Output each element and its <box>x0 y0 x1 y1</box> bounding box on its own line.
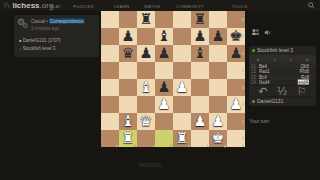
takeback-icon[interactable]: ↶ <box>258 85 267 98</box>
black-player-line[interactable]: ○ Stockfish level 3 <box>19 45 91 52</box>
white-bishop: ♝ <box>119 113 137 130</box>
coord-rank-5: 5 <box>242 69 244 73</box>
square-d7[interactable]: ♝ <box>155 28 173 45</box>
square-g5[interactable] <box>209 62 227 79</box>
square-h3[interactable]: ♟3 <box>227 96 245 113</box>
square-h5[interactable]: 5 <box>227 62 245 79</box>
time-ago: 3 minutes ago <box>31 25 88 31</box>
knight-logo-icon: ♘ <box>3 1 10 10</box>
game-actions: ↶ ½ ⚐ <box>249 85 316 97</box>
top-player-row[interactable]: Stockfish level 3 <box>249 46 316 55</box>
game-info-panel: ⚙⚙ Casual • Correspondence 3 minutes ago… <box>14 15 99 57</box>
square-h6[interactable]: ♟6 <box>227 45 245 62</box>
coord-rank-1: 1 <box>242 137 244 141</box>
square-c7[interactable] <box>137 28 155 45</box>
moves-panel: Stockfish level 3 « ‹ › » 21Ba4Qb622Rad1… <box>249 46 316 106</box>
coord-file-b: b <box>134 144 136 148</box>
nav-menu: PLAY PUZZLES LEARN WATCH COMMUNITY TOOLS <box>50 0 263 11</box>
sound-mute-icon[interactable] <box>264 29 271 36</box>
coord-rank-3: 3 <box>242 103 244 107</box>
white-pawn: ♟ <box>173 79 191 96</box>
square-f2[interactable]: ♟ <box>191 113 209 130</box>
top-player-name: Stockfish level 3 <box>257 48 293 54</box>
square-d4[interactable]: ♟ <box>155 79 173 96</box>
white-bishop: ♝ <box>137 79 155 96</box>
black-color-dot: ○ <box>19 46 21 51</box>
coord-file-a: a <box>116 144 118 148</box>
square-a2[interactable] <box>101 113 119 130</box>
coord-rank-2: 2 <box>242 120 244 124</box>
coord-rank-6: 6 <box>242 52 244 56</box>
square-d6[interactable]: ♟ <box>155 45 173 62</box>
square-g8[interactable] <box>209 11 227 28</box>
square-f1[interactable]: f <box>191 130 209 147</box>
square-h8[interactable]: 8 <box>227 11 245 28</box>
square-d3[interactable]: ♟ <box>155 96 173 113</box>
square-e4[interactable]: ♟ <box>173 79 191 96</box>
square-e7[interactable] <box>173 28 191 45</box>
square-d5[interactable] <box>155 62 173 79</box>
coord-file-e: e <box>188 144 190 148</box>
square-c3[interactable] <box>137 96 155 113</box>
go-prev-button[interactable]: ‹ <box>274 56 276 62</box>
nav-item-tools[interactable]: TOOLS <box>232 3 247 8</box>
spectator-icons <box>251 28 271 36</box>
chess-board[interactable]: ♜♜8♟♝♟♟♚7♛♟♟♝♟65♝♟♟4♟♟3♝♛♟♟2a♜bcd♜ef♚gh1 <box>101 11 245 147</box>
resign-icon[interactable]: ⚐ <box>297 85 307 98</box>
logo-text: lichess <box>12 1 39 10</box>
square-c6[interactable]: ♟ <box>137 45 155 62</box>
square-a1[interactable]: a <box>101 130 119 147</box>
square-f4[interactable] <box>191 79 209 96</box>
bottom-player-row[interactable]: DanielG131 <box>249 97 316 106</box>
watermark-text: MIGR0231 <box>139 160 187 170</box>
square-g2[interactable]: ♟ <box>209 113 227 130</box>
players-icon[interactable] <box>251 28 260 36</box>
coord-rank-4: 4 <box>242 86 244 90</box>
square-b5[interactable] <box>119 62 137 79</box>
black-pawn: ♟ <box>191 28 209 45</box>
square-d2[interactable] <box>155 113 173 130</box>
square-a7[interactable] <box>101 28 119 45</box>
black-bishop: ♝ <box>155 28 173 45</box>
black-pawn: ♟ <box>119 28 137 45</box>
square-b1[interactable]: ♜b <box>119 130 137 147</box>
speed-link[interactable]: Correspondence <box>49 19 84 24</box>
square-f6[interactable]: ♝ <box>191 45 209 62</box>
lichess-logo[interactable]: ♘ lichess.org <box>3 0 53 11</box>
square-f5[interactable] <box>191 62 209 79</box>
search-icon[interactable] <box>308 2 315 9</box>
square-e5[interactable] <box>173 62 191 79</box>
square-a4[interactable] <box>101 79 119 96</box>
square-b3[interactable] <box>119 96 137 113</box>
white-pawn: ♟ <box>155 96 173 113</box>
move-list: 21Ba4Qb622Rad1Rfd823Bc4Rc824Nxd4exd4 <box>249 63 316 85</box>
square-e6[interactable] <box>173 45 191 62</box>
square-a8[interactable] <box>101 11 119 28</box>
square-e2[interactable] <box>173 113 191 130</box>
square-c5[interactable] <box>137 62 155 79</box>
coord-rank-7: 7 <box>242 35 244 39</box>
black-queen: ♛ <box>119 45 137 62</box>
square-d8[interactable] <box>155 11 173 28</box>
square-d1[interactable]: d <box>155 130 173 147</box>
square-b4[interactable] <box>119 79 137 96</box>
nav-item-puzzles[interactable]: PUZZLES <box>73 3 94 8</box>
nav-item-learn[interactable]: LEARN <box>114 3 129 8</box>
square-e3[interactable] <box>173 96 191 113</box>
black-bishop: ♝ <box>191 45 209 62</box>
lichess-page: ♘ lichess.org PLAY PUZZLES LEARN WATCH C… <box>0 0 320 180</box>
square-f8[interactable]: ♜ <box>191 11 209 28</box>
coord-file-f: f <box>207 144 208 148</box>
square-e1[interactable]: ♜e <box>173 130 191 147</box>
turn-status: Your turn <box>249 118 316 125</box>
square-g3[interactable] <box>209 96 227 113</box>
square-h7[interactable]: ♚7 <box>227 28 245 45</box>
square-a5[interactable] <box>101 62 119 79</box>
square-e8[interactable] <box>173 11 191 28</box>
black-pawn: ♟ <box>137 45 155 62</box>
coord-file-c: c <box>152 144 154 148</box>
square-g4[interactable] <box>209 79 227 96</box>
online-dot <box>252 100 255 103</box>
white-pawn: ♟ <box>191 113 209 130</box>
square-b7[interactable]: ♟ <box>119 28 137 45</box>
draw-offer-icon[interactable]: ½ <box>277 85 288 98</box>
square-f7[interactable]: ♟ <box>191 28 209 45</box>
coord-file-d: d <box>170 144 172 148</box>
square-g6[interactable] <box>209 45 227 62</box>
ai-cog-icon: ⚙⚙ <box>17 18 29 30</box>
square-c2[interactable]: ♛ <box>137 113 155 130</box>
square-a3[interactable] <box>101 96 119 113</box>
square-b2[interactable]: ♝ <box>119 113 137 130</box>
coord-file-g: g <box>224 144 226 148</box>
square-g1[interactable]: ♚g <box>209 130 227 147</box>
top-navbar: ♘ lichess.org PLAY PUZZLES LEARN WATCH C… <box>0 0 320 11</box>
black-rook: ♜ <box>191 11 209 28</box>
square-h4[interactable]: 4 <box>227 79 245 96</box>
square-h2[interactable]: 2 <box>227 113 245 130</box>
black-rook: ♜ <box>137 11 155 28</box>
black-pawn: ♟ <box>209 28 227 45</box>
nav-item-play[interactable]: PLAY <box>50 3 61 8</box>
online-dot <box>252 49 255 52</box>
square-c1[interactable]: c <box>137 130 155 147</box>
square-b8[interactable] <box>119 11 137 28</box>
white-pawn: ♟ <box>209 113 227 130</box>
white-queen: ♛ <box>137 113 155 130</box>
black-pawn: ♟ <box>155 45 173 62</box>
go-first-button[interactable]: « <box>257 56 260 62</box>
coord-file-h: h <box>242 144 244 148</box>
nav-item-watch[interactable]: WATCH <box>144 3 160 8</box>
square-b6[interactable]: ♛ <box>119 45 137 62</box>
go-next-button[interactable]: › <box>289 56 291 62</box>
square-g7[interactable]: ♟ <box>209 28 227 45</box>
go-last-button[interactable]: » <box>306 56 309 62</box>
square-f3[interactable] <box>191 96 209 113</box>
white-color-dot: ● <box>19 38 21 43</box>
square-h1[interactable]: h1 <box>227 130 245 147</box>
square-a6[interactable] <box>101 45 119 62</box>
square-c4[interactable]: ♝ <box>137 79 155 96</box>
coord-rank-8: 8 <box>242 18 244 22</box>
bottom-player-name: DanielG131 <box>257 99 283 105</box>
black-pawn: ♟ <box>155 79 173 96</box>
square-c8[interactable]: ♜ <box>137 11 155 28</box>
nav-item-community[interactable]: COMMUNITY <box>176 3 204 8</box>
white-player-line[interactable]: ● DanielG131 (1707) <box>19 37 102 44</box>
